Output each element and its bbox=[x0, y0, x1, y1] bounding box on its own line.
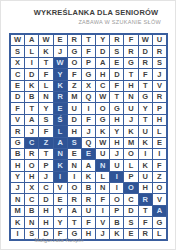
cell-r7c10[interactable]: Y bbox=[139, 103, 152, 113]
cell-r5c8[interactable]: F bbox=[110, 81, 123, 91]
cell-r1c2[interactable]: A bbox=[25, 35, 38, 45]
cell-r1c1[interactable]: W bbox=[11, 35, 24, 45]
cell-r7c7[interactable]: O bbox=[96, 103, 109, 113]
cell-r9c5[interactable]: H bbox=[68, 126, 81, 136]
cell-r14c7[interactable]: N bbox=[96, 183, 109, 193]
cell-r9c4[interactable]: L bbox=[54, 126, 67, 136]
cell-r16c8[interactable]: P bbox=[110, 206, 123, 216]
cell-r9c9[interactable]: K bbox=[124, 126, 137, 136]
cell-r17c6[interactable]: F bbox=[82, 217, 95, 227]
cell-r11c4[interactable]: N bbox=[54, 149, 67, 159]
cell-r6c2[interactable]: B bbox=[25, 92, 38, 102]
cell-r4c6[interactable]: G bbox=[82, 69, 95, 79]
cell-r5c5[interactable]: Z bbox=[68, 81, 81, 91]
cell-r15c10[interactable]: R bbox=[139, 194, 152, 204]
cell-r1c6[interactable]: T bbox=[82, 35, 95, 45]
cell-r9c3[interactable]: F bbox=[39, 126, 52, 136]
cell-r2c6[interactable]: F bbox=[82, 46, 95, 56]
cell-r18c11[interactable]: L bbox=[153, 229, 166, 239]
cell-r10c11[interactable]: E bbox=[153, 138, 166, 148]
cell-r13c3[interactable]: J bbox=[39, 172, 52, 182]
cell-r14c8[interactable]: I bbox=[110, 183, 123, 193]
cell-r16c6[interactable]: U bbox=[82, 206, 95, 216]
cell-r2c4[interactable]: J bbox=[54, 46, 67, 56]
cell-r13c4[interactable]: I bbox=[54, 172, 67, 182]
cell-r13c2[interactable]: H bbox=[25, 172, 38, 182]
cell-r16c10[interactable]: T bbox=[139, 206, 152, 216]
cell-r5c4[interactable]: K bbox=[54, 81, 67, 91]
cell-r10c7[interactable]: W bbox=[96, 138, 109, 148]
cell-r11c1[interactable]: B bbox=[11, 149, 24, 159]
cell-r6c10[interactable]: G bbox=[139, 92, 152, 102]
cell-r9c8[interactable]: Y bbox=[110, 126, 123, 136]
cell-r3c7[interactable]: A bbox=[96, 58, 109, 68]
cell-r12c4[interactable]: K bbox=[54, 160, 67, 170]
cell-r17c4[interactable]: Y bbox=[54, 217, 67, 227]
word-search-grid: WAWERTYRFWUSLKJGFDSRDRXITWOPAEGRSCDFYFGH… bbox=[9, 33, 168, 241]
cell-r6c6[interactable]: Q bbox=[82, 92, 95, 102]
cell-r6c11[interactable]: R bbox=[153, 92, 166, 102]
cell-r12c3[interactable]: P bbox=[39, 160, 52, 170]
cell-r8c1[interactable]: V bbox=[11, 115, 24, 125]
cell-r17c8[interactable]: B bbox=[110, 217, 123, 227]
cell-r12c5[interactable]: N bbox=[68, 160, 81, 170]
cell-r2c9[interactable]: R bbox=[124, 46, 137, 56]
cell-r5c9[interactable]: H bbox=[124, 81, 137, 91]
cell-r18c10[interactable]: R bbox=[139, 229, 152, 239]
cell-r12c1[interactable]: H bbox=[11, 160, 24, 170]
cell-r15c2[interactable]: C bbox=[25, 194, 38, 204]
cell-r7c2[interactable]: T bbox=[25, 103, 38, 113]
cell-r17c3[interactable]: H bbox=[39, 217, 52, 227]
cell-r13c1[interactable]: Y bbox=[11, 172, 24, 182]
cell-r8c9[interactable]: J bbox=[124, 115, 137, 125]
cell-r14c10[interactable]: H bbox=[139, 183, 152, 193]
cell-r15c6[interactable]: R bbox=[82, 194, 95, 204]
cell-r5c2[interactable]: K bbox=[25, 81, 38, 91]
cell-r8c5[interactable]: D bbox=[68, 115, 81, 125]
cell-r16c1[interactable]: M bbox=[11, 206, 24, 216]
cell-r11c11[interactable]: I bbox=[153, 149, 166, 159]
cell-r1c4[interactable]: E bbox=[54, 35, 67, 45]
cell-r14c9[interactable]: O bbox=[124, 183, 137, 193]
page-subtitle: ZABAWA W SZUKANIE SŁÓW bbox=[30, 19, 161, 25]
cell-r9c2[interactable]: J bbox=[25, 126, 38, 136]
cell-r6c7[interactable]: W bbox=[96, 92, 109, 102]
cell-r16c5[interactable]: A bbox=[68, 206, 81, 216]
cell-r12c2[interactable]: O bbox=[25, 160, 38, 170]
cell-r12c9[interactable]: L bbox=[124, 160, 137, 170]
cell-r6c1[interactable]: D bbox=[11, 92, 24, 102]
cell-r4c8[interactable]: D bbox=[110, 69, 123, 79]
word-search-page: WYKREŚLANKA DLA SENIORÓW ZABAWA W SZUKAN… bbox=[0, 0, 176, 250]
cell-r4c10[interactable]: F bbox=[139, 69, 152, 79]
cell-r8c8[interactable]: H bbox=[110, 115, 123, 125]
cell-r5c7[interactable]: C bbox=[96, 81, 109, 91]
cell-r15c7[interactable]: F bbox=[96, 194, 109, 204]
cell-r8c2[interactable]: A bbox=[25, 115, 38, 125]
cell-r3c5[interactable]: O bbox=[68, 58, 81, 68]
cell-r5c6[interactable]: X bbox=[82, 81, 95, 91]
cell-r5c11[interactable]: V bbox=[153, 81, 166, 91]
cell-r1c11[interactable]: U bbox=[153, 35, 166, 45]
cell-r16c3[interactable]: H bbox=[39, 206, 52, 216]
cell-r6c8[interactable]: T bbox=[110, 92, 123, 102]
cell-r1c8[interactable]: R bbox=[110, 35, 123, 45]
cell-r10c6[interactable]: Q bbox=[82, 138, 95, 148]
cell-r3c6[interactable]: P bbox=[82, 58, 95, 68]
cell-r17c1[interactable]: K bbox=[11, 217, 24, 227]
cell-r5c10[interactable]: T bbox=[139, 81, 152, 91]
cell-r13c7[interactable]: L bbox=[96, 172, 109, 182]
cell-r12c10[interactable]: K bbox=[139, 160, 152, 170]
cell-r7c11[interactable]: P bbox=[153, 103, 166, 113]
cell-r5c3[interactable]: L bbox=[39, 81, 52, 91]
cell-r12c7[interactable]: N bbox=[96, 160, 109, 170]
cell-r10c4[interactable]: A bbox=[54, 138, 67, 148]
cell-r4c3[interactable]: F bbox=[39, 69, 52, 79]
cell-r15c5[interactable]: R bbox=[68, 194, 81, 204]
cell-r4c11[interactable]: J bbox=[153, 69, 166, 79]
cell-r15c11[interactable]: V bbox=[153, 194, 166, 204]
author-credit: Małgorzata Kospin bbox=[0, 237, 118, 243]
cell-r9c1[interactable]: R bbox=[11, 126, 24, 136]
cell-r14c5[interactable]: O bbox=[68, 183, 81, 193]
cell-r13c9[interactable]: P bbox=[124, 172, 137, 182]
cell-r6c4[interactable]: R bbox=[54, 92, 67, 102]
cell-r14c4[interactable]: V bbox=[54, 183, 67, 193]
cell-r1c10[interactable]: W bbox=[139, 35, 152, 45]
cell-r6c5[interactable]: M bbox=[68, 92, 81, 102]
cell-r4c9[interactable]: T bbox=[124, 69, 137, 79]
cell-r11c9[interactable]: O bbox=[124, 149, 137, 159]
cell-r9c10[interactable]: U bbox=[139, 126, 152, 136]
cell-r7c8[interactable]: G bbox=[110, 103, 123, 113]
cell-r7c6[interactable]: I bbox=[82, 103, 95, 113]
cell-r17c5[interactable]: T bbox=[68, 217, 81, 227]
cell-r7c1[interactable]: F bbox=[11, 103, 24, 113]
cell-r13c5[interactable]: I bbox=[68, 172, 81, 182]
cell-r6c3[interactable]: N bbox=[39, 92, 52, 102]
cell-r2c3[interactable]: K bbox=[39, 46, 52, 56]
cell-r17c10[interactable]: F bbox=[139, 217, 152, 227]
cell-r4c2[interactable]: D bbox=[25, 69, 38, 79]
cell-r4c4[interactable]: Y bbox=[54, 69, 67, 79]
cell-r10c9[interactable]: M bbox=[124, 138, 137, 148]
cell-r13c10[interactable]: U bbox=[139, 172, 152, 182]
cell-r16c9[interactable]: D bbox=[124, 206, 137, 216]
cell-r2c11[interactable]: R bbox=[153, 46, 166, 56]
cell-r4c7[interactable]: H bbox=[96, 69, 109, 79]
cell-r3c2[interactable]: I bbox=[25, 58, 38, 68]
cell-r11c8[interactable]: J bbox=[110, 149, 123, 159]
cell-r10c3[interactable]: Z bbox=[39, 138, 52, 148]
cell-r9c11[interactable]: L bbox=[153, 126, 166, 136]
cell-r14c3[interactable]: C bbox=[39, 183, 52, 193]
cell-r17c9[interactable]: S bbox=[124, 217, 137, 227]
cell-r7c9[interactable]: U bbox=[124, 103, 137, 113]
cell-r3c3[interactable]: T bbox=[39, 58, 52, 68]
cell-r15c9[interactable]: C bbox=[124, 194, 137, 204]
cell-r18c9[interactable]: E bbox=[124, 229, 137, 239]
cell-r14c1[interactable]: J bbox=[11, 183, 24, 193]
cell-r3c8[interactable]: E bbox=[110, 58, 123, 68]
cell-r11c5[interactable]: E bbox=[68, 149, 81, 159]
cell-r8c10[interactable]: T bbox=[139, 115, 152, 125]
cell-r14c6[interactable]: B bbox=[82, 183, 95, 193]
cell-r16c7[interactable]: I bbox=[96, 206, 109, 216]
cell-r11c2[interactable]: R bbox=[25, 149, 38, 159]
cell-r16c11[interactable]: A bbox=[153, 206, 166, 216]
cell-r17c2[interactable]: N bbox=[25, 217, 38, 227]
cell-r15c1[interactable]: N bbox=[11, 194, 24, 204]
cell-r8c6[interactable]: F bbox=[82, 115, 95, 125]
cell-r15c4[interactable]: E bbox=[54, 194, 67, 204]
cell-r10c5[interactable]: S bbox=[68, 138, 81, 148]
cell-r10c2[interactable]: C bbox=[25, 138, 38, 148]
cell-r11c10[interactable]: I bbox=[139, 149, 152, 159]
page-title: WYKREŚLANKA DLA SENIORÓW bbox=[30, 8, 162, 17]
cell-r8c11[interactable]: H bbox=[153, 115, 166, 125]
cell-r2c1[interactable]: S bbox=[11, 46, 24, 56]
cell-r6c9[interactable]: N bbox=[124, 92, 137, 102]
cell-r11c7[interactable]: U bbox=[96, 149, 109, 159]
cell-r4c5[interactable]: F bbox=[68, 69, 81, 79]
cell-r12c6[interactable]: A bbox=[82, 160, 95, 170]
cell-r16c2[interactable]: B bbox=[25, 206, 38, 216]
cell-r16c4[interactable]: Y bbox=[54, 206, 67, 216]
cell-r3c1[interactable]: X bbox=[11, 58, 24, 68]
cell-r14c2[interactable]: X bbox=[25, 183, 38, 193]
cell-r17c7[interactable]: V bbox=[96, 217, 109, 227]
cell-r7c5[interactable]: U bbox=[68, 103, 81, 113]
cell-r1c7[interactable]: Y bbox=[96, 35, 109, 45]
cell-r15c8[interactable]: O bbox=[110, 194, 123, 204]
cell-r4c1[interactable]: C bbox=[11, 69, 24, 79]
cell-r1c3[interactable]: W bbox=[39, 35, 52, 45]
cell-r2c5[interactable]: G bbox=[68, 46, 81, 56]
cell-r9c7[interactable]: K bbox=[96, 126, 109, 136]
cell-r3c10[interactable]: R bbox=[139, 58, 152, 68]
cell-r14c11[interactable]: O bbox=[153, 183, 166, 193]
cell-r17c11[interactable]: G bbox=[153, 217, 166, 227]
cell-r13c11[interactable]: Z bbox=[153, 172, 166, 182]
cell-r1c9[interactable]: F bbox=[124, 35, 137, 45]
cell-r7c3[interactable]: Y bbox=[39, 103, 52, 113]
cell-r5c1[interactable]: E bbox=[11, 81, 24, 91]
cell-r3c9[interactable]: G bbox=[124, 58, 137, 68]
cell-r11c6[interactable]: E bbox=[82, 149, 95, 159]
cell-r13c6[interactable]: K bbox=[82, 172, 95, 182]
cell-r1c5[interactable]: R bbox=[68, 35, 81, 45]
cell-r9c6[interactable]: J bbox=[82, 126, 95, 136]
cell-r2c2[interactable]: L bbox=[25, 46, 38, 56]
cell-r8c4[interactable]: Ś bbox=[54, 115, 67, 125]
cell-r8c3[interactable]: S bbox=[39, 115, 52, 125]
cell-r7c4[interactable]: E bbox=[54, 103, 67, 113]
cell-r2c8[interactable]: S bbox=[110, 46, 123, 56]
cell-r2c7[interactable]: D bbox=[96, 46, 109, 56]
cell-r3c11[interactable]: S bbox=[153, 58, 166, 68]
cell-r12c8[interactable]: U bbox=[110, 160, 123, 170]
cell-r10c8[interactable]: H bbox=[110, 138, 123, 148]
cell-r11c3[interactable]: T bbox=[39, 149, 52, 159]
cell-r12c11[interactable]: F bbox=[153, 160, 166, 170]
cell-r15c3[interactable]: D bbox=[39, 194, 52, 204]
cell-r8c7[interactable]: G bbox=[96, 115, 109, 125]
cell-r3c4[interactable]: W bbox=[54, 58, 67, 68]
cell-r13c8[interactable]: I bbox=[110, 172, 123, 182]
cell-r10c10[interactable]: K bbox=[139, 138, 152, 148]
cell-r10c1[interactable]: G bbox=[11, 138, 24, 148]
cell-r2c10[interactable]: D bbox=[139, 46, 152, 56]
